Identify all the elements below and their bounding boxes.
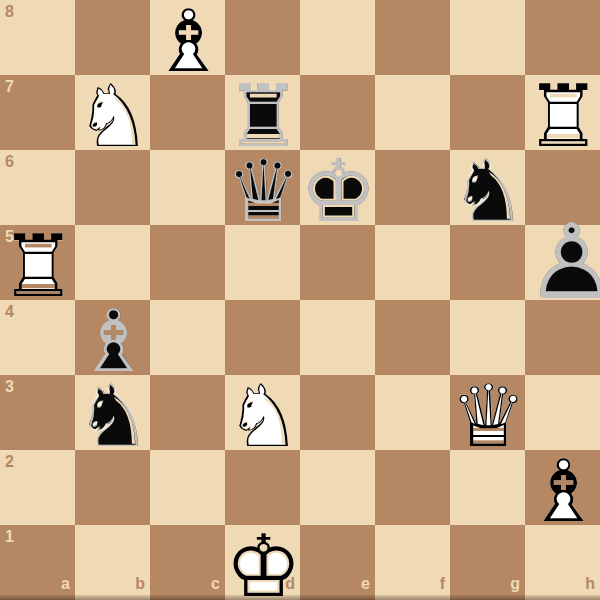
square-c2[interactable] bbox=[150, 450, 225, 525]
rank-label-6: 6 bbox=[5, 154, 14, 170]
square-h1[interactable]: h bbox=[525, 525, 600, 600]
square-d3[interactable]: ♞♘ bbox=[225, 375, 300, 450]
knight-glyph-outline: ♘ bbox=[75, 375, 150, 450]
square-d8[interactable] bbox=[225, 0, 300, 75]
square-b2[interactable] bbox=[75, 450, 150, 525]
rank-label-4: 4 bbox=[5, 304, 14, 320]
square-g1[interactable]: g bbox=[450, 525, 525, 600]
bishop-glyph-outline: ♗ bbox=[525, 450, 600, 525]
square-h3[interactable] bbox=[525, 375, 600, 450]
square-f4[interactable] bbox=[375, 300, 450, 375]
king-glyph-fill: ♚ bbox=[225, 525, 300, 600]
king-glyph-outline: ♔ bbox=[300, 150, 375, 225]
square-f8[interactable] bbox=[375, 0, 450, 75]
square-f3[interactable] bbox=[375, 375, 450, 450]
pawn-glyph-fill: ♟ bbox=[525, 225, 600, 300]
rook-glyph-fill: ♜ bbox=[525, 75, 600, 150]
chess-board: 8♝♗7♞♘♜♖♜♖6♛♕♚♔♞♘5♜♖♟♙4♝♗3♞♘♞♘♛♕2♝♗1abcd… bbox=[0, 0, 600, 600]
square-f6[interactable] bbox=[375, 150, 450, 225]
square-a5[interactable]: 5♜♖ bbox=[0, 225, 75, 300]
file-label-h: h bbox=[585, 576, 595, 592]
piece-white-rook[interactable]: ♜♖ bbox=[525, 75, 600, 150]
knight-glyph-fill: ♞ bbox=[450, 150, 525, 225]
bishop-glyph-outline: ♗ bbox=[150, 0, 225, 75]
square-e8[interactable] bbox=[300, 0, 375, 75]
square-a2[interactable]: 2 bbox=[0, 450, 75, 525]
square-e6[interactable]: ♚♔ bbox=[300, 150, 375, 225]
square-h8[interactable] bbox=[525, 0, 600, 75]
bishop-glyph-fill: ♝ bbox=[525, 450, 600, 525]
file-label-b: b bbox=[135, 576, 145, 592]
rook-glyph-outline: ♖ bbox=[525, 75, 600, 150]
square-c1[interactable]: c bbox=[150, 525, 225, 600]
square-d5[interactable] bbox=[225, 225, 300, 300]
square-h7[interactable]: ♜♖ bbox=[525, 75, 600, 150]
square-a7[interactable]: 7 bbox=[0, 75, 75, 150]
piece-black-rook[interactable]: ♜♖ bbox=[225, 75, 300, 150]
file-label-c: c bbox=[211, 576, 220, 592]
king-glyph-outline: ♔ bbox=[225, 525, 300, 600]
square-h4[interactable] bbox=[525, 300, 600, 375]
square-d4[interactable] bbox=[225, 300, 300, 375]
square-e7[interactable] bbox=[300, 75, 375, 150]
square-g2[interactable] bbox=[450, 450, 525, 525]
square-g5[interactable] bbox=[450, 225, 525, 300]
square-d2[interactable] bbox=[225, 450, 300, 525]
file-label-f: f bbox=[440, 576, 445, 592]
bishop-glyph-outline: ♗ bbox=[75, 300, 150, 375]
square-b3[interactable]: ♞♘ bbox=[75, 375, 150, 450]
knight-glyph-outline: ♘ bbox=[225, 375, 300, 450]
piece-black-knight[interactable]: ♞♘ bbox=[75, 375, 150, 450]
rank-label-1: 1 bbox=[5, 529, 14, 545]
square-g3[interactable]: ♛♕ bbox=[450, 375, 525, 450]
rank-label-7: 7 bbox=[5, 79, 14, 95]
square-a8[interactable]: 8 bbox=[0, 0, 75, 75]
knight-glyph-outline: ♘ bbox=[75, 75, 150, 150]
queen-glyph-outline: ♕ bbox=[225, 150, 300, 225]
bishop-glyph-fill: ♝ bbox=[75, 300, 150, 375]
knight-glyph-fill: ♞ bbox=[75, 375, 150, 450]
square-h6[interactable] bbox=[525, 150, 600, 225]
rook-glyph-outline: ♖ bbox=[225, 75, 300, 150]
square-h5[interactable]: ♟♙ bbox=[525, 225, 600, 300]
square-e1[interactable]: e bbox=[300, 525, 375, 600]
square-a6[interactable]: 6 bbox=[0, 150, 75, 225]
square-f5[interactable] bbox=[375, 225, 450, 300]
queen-glyph-fill: ♛ bbox=[225, 150, 300, 225]
rook-glyph-fill: ♜ bbox=[225, 75, 300, 150]
piece-white-knight[interactable]: ♞♘ bbox=[225, 375, 300, 450]
file-label-e: e bbox=[361, 576, 370, 592]
knight-glyph-fill: ♞ bbox=[75, 75, 150, 150]
square-f1[interactable]: f bbox=[375, 525, 450, 600]
square-c6[interactable] bbox=[150, 150, 225, 225]
piece-black-knight[interactable]: ♞♘ bbox=[450, 150, 525, 225]
square-c3[interactable] bbox=[150, 375, 225, 450]
piece-black-bishop[interactable]: ♝♗ bbox=[75, 300, 150, 375]
queen-glyph-outline: ♕ bbox=[450, 375, 525, 450]
square-e5[interactable] bbox=[300, 225, 375, 300]
square-b1[interactable]: b bbox=[75, 525, 150, 600]
square-b4[interactable]: ♝♗ bbox=[75, 300, 150, 375]
square-g8[interactable] bbox=[450, 0, 525, 75]
square-b5[interactable] bbox=[75, 225, 150, 300]
file-label-a: a bbox=[61, 576, 70, 592]
square-c4[interactable] bbox=[150, 300, 225, 375]
piece-white-bishop[interactable]: ♝♗ bbox=[525, 450, 600, 525]
square-g6[interactable]: ♞♘ bbox=[450, 150, 525, 225]
piece-white-rook[interactable]: ♜♖ bbox=[0, 225, 75, 300]
rook-glyph-fill: ♜ bbox=[0, 225, 75, 300]
file-label-g: g bbox=[510, 576, 520, 592]
square-e4[interactable] bbox=[300, 300, 375, 375]
square-d6[interactable]: ♛♕ bbox=[225, 150, 300, 225]
square-d7[interactable]: ♜♖ bbox=[225, 75, 300, 150]
square-e2[interactable] bbox=[300, 450, 375, 525]
square-b8[interactable] bbox=[75, 0, 150, 75]
knight-glyph-outline: ♘ bbox=[450, 150, 525, 225]
piece-white-bishop[interactable]: ♝♗ bbox=[150, 0, 225, 75]
rook-glyph-outline: ♖ bbox=[0, 225, 75, 300]
square-h2[interactable]: ♝♗ bbox=[525, 450, 600, 525]
piece-black-queen[interactable]: ♛♕ bbox=[225, 150, 300, 225]
square-b7[interactable]: ♞♘ bbox=[75, 75, 150, 150]
square-a1[interactable]: 1a bbox=[0, 525, 75, 600]
square-a4[interactable]: 4 bbox=[0, 300, 75, 375]
square-d1[interactable]: d♚♔ bbox=[225, 525, 300, 600]
square-f7[interactable] bbox=[375, 75, 450, 150]
square-c7[interactable] bbox=[150, 75, 225, 150]
piece-white-knight[interactable]: ♞♘ bbox=[75, 75, 150, 150]
square-f2[interactable] bbox=[375, 450, 450, 525]
piece-black-king[interactable]: ♚♔ bbox=[300, 150, 375, 225]
piece-white-king[interactable]: ♚♔ bbox=[225, 525, 300, 600]
square-g4[interactable] bbox=[450, 300, 525, 375]
knight-glyph-fill: ♞ bbox=[225, 375, 300, 450]
square-c8[interactable]: ♝♗ bbox=[150, 0, 225, 75]
square-g7[interactable] bbox=[450, 75, 525, 150]
queen-glyph-fill: ♛ bbox=[450, 375, 525, 450]
square-c5[interactable] bbox=[150, 225, 225, 300]
square-e3[interactable] bbox=[300, 375, 375, 450]
rank-label-8: 8 bbox=[5, 4, 14, 20]
rank-label-2: 2 bbox=[5, 454, 14, 470]
piece-black-pawn[interactable]: ♟♙ bbox=[525, 225, 600, 300]
square-b6[interactable] bbox=[75, 150, 150, 225]
piece-white-queen[interactable]: ♛♕ bbox=[450, 375, 525, 450]
rank-label-3: 3 bbox=[5, 379, 14, 395]
king-glyph-fill: ♚ bbox=[300, 150, 375, 225]
bishop-glyph-fill: ♝ bbox=[150, 0, 225, 75]
pawn-glyph-outline: ♙ bbox=[525, 225, 600, 300]
square-a3[interactable]: 3 bbox=[0, 375, 75, 450]
